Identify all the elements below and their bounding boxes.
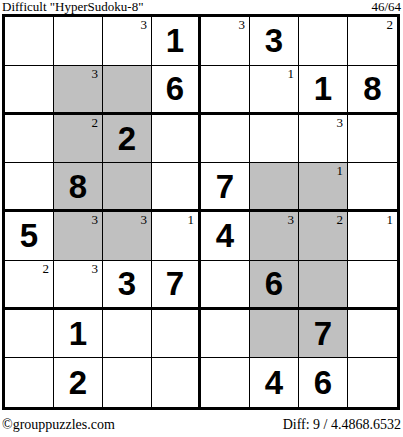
- pencil-mark: 1: [337, 164, 344, 177]
- given-digit: 4: [216, 219, 234, 252]
- pencil-mark: 3: [92, 213, 99, 226]
- puzzle-page: Difficult "HyperSudoku-8" 46/64 31332361…: [0, 0, 403, 437]
- cell-r2c5[interactable]: [201, 66, 250, 115]
- cell-r7c3[interactable]: [103, 310, 152, 359]
- cell-r4c3[interactable]: [103, 163, 152, 212]
- given-digit: 7: [166, 267, 184, 300]
- pencil-mark: 3: [288, 213, 295, 226]
- cell-r5c5[interactable]: 4: [201, 212, 250, 261]
- cell-r4c2[interactable]: 8: [54, 163, 103, 212]
- cell-r3c5[interactable]: [201, 115, 250, 164]
- cell-r7c8[interactable]: [348, 310, 397, 359]
- cell-r7c5[interactable]: [201, 310, 250, 359]
- pencil-mark: 2: [43, 262, 50, 275]
- pencil-mark: 3: [92, 262, 99, 275]
- given-digit: 6: [166, 72, 184, 105]
- given-digit: 1: [314, 72, 332, 105]
- cell-r7c4[interactable]: [152, 310, 201, 359]
- given-digit: 2: [118, 122, 136, 155]
- cell-r3c8[interactable]: [348, 115, 397, 164]
- given-digit: 1: [69, 317, 87, 350]
- cell-r1c4[interactable]: 1: [152, 17, 201, 66]
- given-digit: 6: [265, 267, 283, 300]
- cell-r5c6[interactable]: 3: [250, 212, 299, 261]
- pencil-mark: 1: [288, 67, 295, 80]
- cell-r3c6[interactable]: [250, 115, 299, 164]
- copyright: ©grouppuzzles.com: [2, 417, 115, 432]
- pencil-mark: 2: [337, 213, 344, 226]
- cell-r5c8[interactable]: 1: [348, 212, 397, 261]
- given-digit: 6: [314, 366, 332, 399]
- pencil-mark: 1: [387, 213, 394, 226]
- pencil-mark: 2: [387, 18, 394, 31]
- cell-r7c6[interactable]: [250, 310, 299, 359]
- cell-r4c5[interactable]: 7: [201, 163, 250, 212]
- header: Difficult "HyperSudoku-8" 46/64: [0, 0, 403, 14]
- cell-r8c8[interactable]: [348, 358, 397, 407]
- cell-r2c2[interactable]: 3: [54, 66, 103, 115]
- pencil-mark: 3: [141, 213, 148, 226]
- cell-r8c4[interactable]: [152, 358, 201, 407]
- cell-r6c3[interactable]: 3: [103, 261, 152, 310]
- cell-r8c7[interactable]: 6: [299, 358, 348, 407]
- cell-r2c8[interactable]: 8: [348, 66, 397, 115]
- cell-r2c3[interactable]: [103, 66, 152, 115]
- cell-r6c1[interactable]: 2: [5, 261, 54, 310]
- cell-r2c7[interactable]: 1: [299, 66, 348, 115]
- given-digit: 7: [314, 317, 332, 350]
- pencil-mark: 3: [239, 18, 246, 31]
- cell-r1c1[interactable]: [5, 17, 54, 66]
- cell-r5c1[interactable]: 5: [5, 212, 54, 261]
- cell-r5c4[interactable]: 1: [152, 212, 201, 261]
- given-digit: 4: [265, 366, 283, 399]
- cell-r5c7[interactable]: 2: [299, 212, 348, 261]
- cell-r7c7[interactable]: 7: [299, 310, 348, 359]
- cell-counter: 46/64: [371, 0, 401, 13]
- cell-r6c8[interactable]: [348, 261, 397, 310]
- cell-r7c2[interactable]: 1: [54, 310, 103, 359]
- cell-r8c6[interactable]: 4: [250, 358, 299, 407]
- cell-r8c2[interactable]: 2: [54, 358, 103, 407]
- cell-r3c1[interactable]: [5, 115, 54, 164]
- cell-r4c7[interactable]: 1: [299, 163, 348, 212]
- cell-r1c7[interactable]: [299, 17, 348, 66]
- pencil-mark: 3: [92, 67, 99, 80]
- given-digit: 3: [118, 267, 136, 300]
- cell-r4c4[interactable]: [152, 163, 201, 212]
- puzzle-title: Difficult "HyperSudoku-8": [2, 0, 143, 13]
- cell-r1c2[interactable]: [54, 17, 103, 66]
- cell-r2c4[interactable]: 6: [152, 66, 201, 115]
- cell-r3c4[interactable]: [152, 115, 201, 164]
- given-digit: 7: [216, 170, 234, 203]
- cell-r1c5[interactable]: 3: [201, 17, 250, 66]
- pencil-mark: 3: [337, 116, 344, 129]
- pencil-mark: 3: [141, 18, 148, 31]
- cell-r3c3[interactable]: 2: [103, 115, 152, 164]
- cell-r6c7[interactable]: [299, 261, 348, 310]
- difficulty: Diff: 9 / 4.4868.6532: [283, 417, 401, 432]
- given-digit: 2: [69, 366, 87, 399]
- cell-r3c7[interactable]: 3: [299, 115, 348, 164]
- pencil-mark: 1: [188, 213, 195, 226]
- cell-r5c2[interactable]: 3: [54, 212, 103, 261]
- given-digit: 5: [20, 219, 38, 252]
- cell-r1c8[interactable]: 2: [348, 17, 397, 66]
- cell-r8c5[interactable]: [201, 358, 250, 407]
- cell-r1c6[interactable]: 3: [250, 17, 299, 66]
- cell-r6c5[interactable]: [201, 261, 250, 310]
- cell-r5c3[interactable]: 3: [103, 212, 152, 261]
- cell-r2c6[interactable]: 1: [250, 66, 299, 115]
- cell-r3c2[interactable]: 2: [54, 115, 103, 164]
- given-digit: 1: [166, 24, 184, 57]
- cell-r6c2[interactable]: 3: [54, 261, 103, 310]
- cell-r4c8[interactable]: [348, 163, 397, 212]
- cell-r8c1[interactable]: [5, 358, 54, 407]
- footer: ©grouppuzzles.com Diff: 9 / 4.4868.6532: [0, 410, 403, 437]
- given-digit: 8: [363, 72, 381, 105]
- given-digit: 3: [265, 24, 283, 57]
- cell-r8c3[interactable]: [103, 358, 152, 407]
- cell-r1c3[interactable]: 3: [103, 17, 152, 66]
- cell-r2c1[interactable]: [5, 66, 54, 115]
- given-digit: 8: [69, 170, 87, 203]
- cell-r4c6[interactable]: [250, 163, 299, 212]
- cell-r4c1[interactable]: [5, 163, 54, 212]
- cell-r6c4[interactable]: 7: [152, 261, 201, 310]
- sudoku-board: 3133236118223871533143212337617246: [2, 14, 400, 410]
- cell-r6c6[interactable]: 6: [250, 261, 299, 310]
- cell-r7c1[interactable]: [5, 310, 54, 359]
- pencil-mark: 2: [92, 116, 99, 129]
